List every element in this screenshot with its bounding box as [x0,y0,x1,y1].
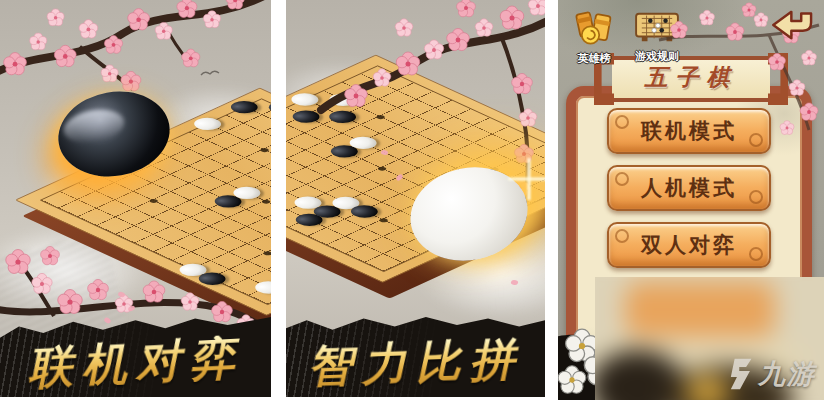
star-point [260,199,271,204]
screenshot-root: 联机对弈 [0,0,824,400]
back-button[interactable] [770,6,816,44]
nine-game-logo [727,357,753,391]
two-player-mode-button[interactable]: 双人对弈 [607,222,771,268]
star-point [148,198,160,203]
nav-leaderboard-label: 英雄榜 [564,53,624,65]
caption-banner: 智力比拼 [286,317,545,397]
watermark: 九游 [727,356,816,392]
menu-panel: 英雄榜 游戏规则 [558,0,824,400]
trophy-cups-icon [570,8,618,48]
glow-sparkle [508,158,545,200]
watermark-text: 九游 [758,356,816,392]
vs-ai-mode-button[interactable]: 人机模式 [607,165,771,211]
promo-panel-intelligence: 智力比拼 [286,0,545,397]
promo-panel-online: 联机对弈 [0,0,271,397]
return-arrow-icon [770,6,816,44]
caption-text: 联机对弈 [0,333,271,392]
caption-text: 智力比拼 [286,335,545,389]
nav-leaderboard[interactable]: 英雄榜 [564,8,624,65]
